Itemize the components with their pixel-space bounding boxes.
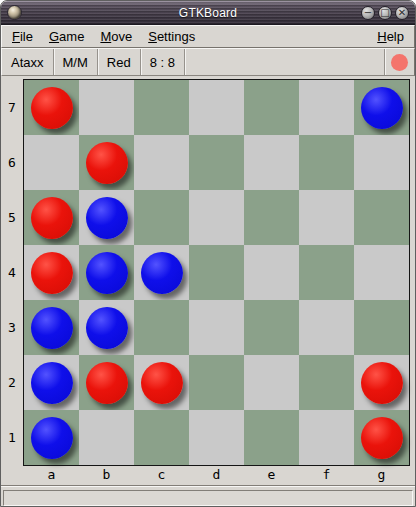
title-bar[interactable]: GTKBoard −□✕ [1,1,415,25]
blue-piece [86,307,128,349]
square-f3[interactable] [299,300,354,355]
square-e4[interactable] [244,245,299,300]
ataxx-board [23,79,410,466]
file-label-b: b [79,466,134,484]
close-button[interactable]: ✕ [395,6,409,20]
rank-label-7: 7 [1,80,23,135]
turn-indicator-box [384,49,414,75]
file-label-e: e [244,466,299,484]
toolbar-mode-label: M/M [54,49,98,75]
square-e1[interactable] [244,410,299,465]
red-piece [86,362,128,404]
rank-labels: 7654321 [1,79,23,466]
toolbar-turn-label: Red [98,49,141,75]
square-f4[interactable] [299,245,354,300]
blue-piece [31,362,73,404]
window-menu-icon[interactable] [7,5,22,20]
square-e2[interactable] [244,355,299,410]
red-piece [141,362,183,404]
red-piece [31,197,73,239]
file-labels: abcdefg [1,466,415,484]
close-icon: ✕ [396,6,408,18]
square-d1[interactable] [189,410,244,465]
square-d5[interactable] [189,190,244,245]
menu-item-move[interactable]: Move [92,27,140,46]
blue-piece [86,252,128,294]
red-piece [31,252,73,294]
square-a4[interactable] [24,245,79,300]
square-g6[interactable] [354,135,409,190]
red-piece [86,142,128,184]
square-g1[interactable] [354,410,409,465]
square-e6[interactable] [244,135,299,190]
window-buttons: −□✕ [361,6,409,20]
square-b5[interactable] [79,190,134,245]
square-g4[interactable] [354,245,409,300]
menu-bar: FileGameMoveSettingsHelp [1,25,415,48]
square-f7[interactable] [299,80,354,135]
file-label-g: g [354,466,409,484]
blue-piece [361,87,403,129]
square-f2[interactable] [299,355,354,410]
square-d4[interactable] [189,245,244,300]
file-label-a: a [24,466,79,484]
square-a3[interactable] [24,300,79,355]
window-title: GTKBoard [1,6,415,20]
rank-label-5: 5 [1,190,23,245]
square-e3[interactable] [244,300,299,355]
square-a1[interactable] [24,410,79,465]
file-label-d: d [189,466,244,484]
square-a2[interactable] [24,355,79,410]
red-piece [361,417,403,459]
menu-item-help[interactable]: Help [369,27,412,46]
square-c1[interactable] [134,410,189,465]
square-d2[interactable] [189,355,244,410]
status-toolbar: AtaxxM/MRed8 : 8 [1,48,415,76]
maximize-button[interactable]: □ [378,6,392,20]
square-b3[interactable] [79,300,134,355]
square-g5[interactable] [354,190,409,245]
toolbar-score-label: 8 : 8 [141,49,185,75]
square-c2[interactable] [134,355,189,410]
square-c6[interactable] [134,135,189,190]
maximize-icon: □ [379,6,391,18]
blue-piece [86,197,128,239]
minimize-icon: − [362,6,374,18]
rank-label-4: 4 [1,245,23,300]
square-c7[interactable] [134,80,189,135]
square-f6[interactable] [299,135,354,190]
square-b4[interactable] [79,245,134,300]
rank-label-1: 1 [1,410,23,465]
square-d7[interactable] [189,80,244,135]
file-label-c: c [134,466,189,484]
square-e5[interactable] [244,190,299,245]
square-d6[interactable] [189,135,244,190]
square-c3[interactable] [134,300,189,355]
red-piece [361,362,403,404]
turn-indicator-dot [391,54,408,71]
rank-label-6: 6 [1,135,23,190]
toolbar-game-name-label: Ataxx [2,49,54,75]
statusbar-divider [1,485,415,487]
blue-piece [31,307,73,349]
menu-item-game[interactable]: Game [41,27,92,46]
menu-item-settings[interactable]: Settings [140,27,203,46]
square-a7[interactable] [24,80,79,135]
square-b1[interactable] [79,410,134,465]
square-b7[interactable] [79,80,134,135]
menu-item-file[interactable]: File [4,27,41,46]
square-e7[interactable] [244,80,299,135]
file-label-f: f [299,466,354,484]
square-f5[interactable] [299,190,354,245]
rank-label-3: 3 [1,300,23,355]
square-g2[interactable] [354,355,409,410]
message-statusbar [3,490,413,506]
square-d3[interactable] [189,300,244,355]
square-c5[interactable] [134,190,189,245]
blue-piece [31,417,73,459]
square-a5[interactable] [24,190,79,245]
toolbar-spacer [185,49,384,75]
square-f1[interactable] [299,410,354,465]
square-a6[interactable] [24,135,79,190]
red-piece [31,87,73,129]
blue-piece [141,252,183,294]
square-g3[interactable] [354,300,409,355]
rank-label-2: 2 [1,355,23,410]
gtkboard-window: GTKBoard −□✕ FileGameMoveSettingsHelp At… [0,0,416,507]
square-b2[interactable] [79,355,134,410]
square-b6[interactable] [79,135,134,190]
minimize-button[interactable]: − [361,6,375,20]
board-area: 7654321 abcdefg [1,76,415,484]
square-g7[interactable] [354,80,409,135]
square-c4[interactable] [134,245,189,300]
